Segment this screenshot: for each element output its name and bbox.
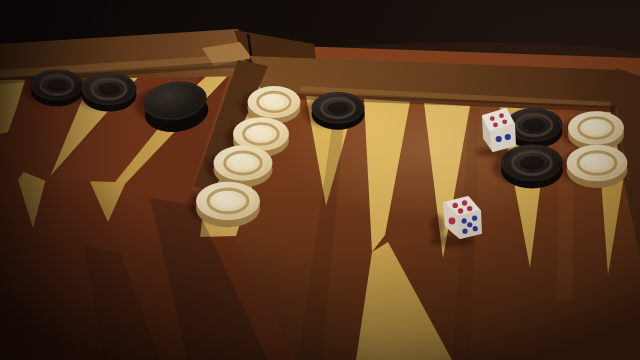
backgammon-photo-scene — [0, 0, 640, 360]
backgammon-board — [0, 0, 640, 360]
corner-shadow — [0, 0, 640, 360]
